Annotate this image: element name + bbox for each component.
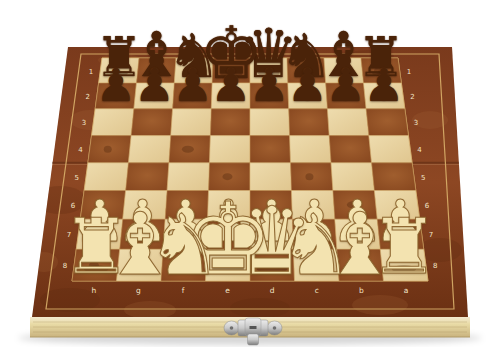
- piece-black-pawn[interactable]: ♟: [287, 63, 328, 109]
- piece-black-pawn[interactable]: ♟: [134, 63, 175, 109]
- piece-black-pawn[interactable]: ♟: [96, 63, 137, 109]
- piece-black-pawn[interactable]: ♟: [364, 63, 405, 109]
- piece-black-pawn[interactable]: ♟: [172, 63, 213, 109]
- pieces-layer: ♜♝♞♛♚♞♝♜♟♟♟♟♟♟♟♟♟♟♟♟♟♟♟♟♜♝♞♛♚♞♝♜: [0, 0, 500, 358]
- piece-black-pawn[interactable]: ♟: [210, 63, 251, 109]
- piece-white-rook[interactable]: ♜: [62, 209, 130, 285]
- piece-black-pawn[interactable]: ♟: [325, 63, 366, 109]
- product-photo-scene: 1122334455667788hgfedcba ♜♝♞♛♚♞♝♜♟♟♟♟♟♟♟…: [0, 0, 500, 358]
- piece-black-pawn[interactable]: ♟: [249, 63, 290, 109]
